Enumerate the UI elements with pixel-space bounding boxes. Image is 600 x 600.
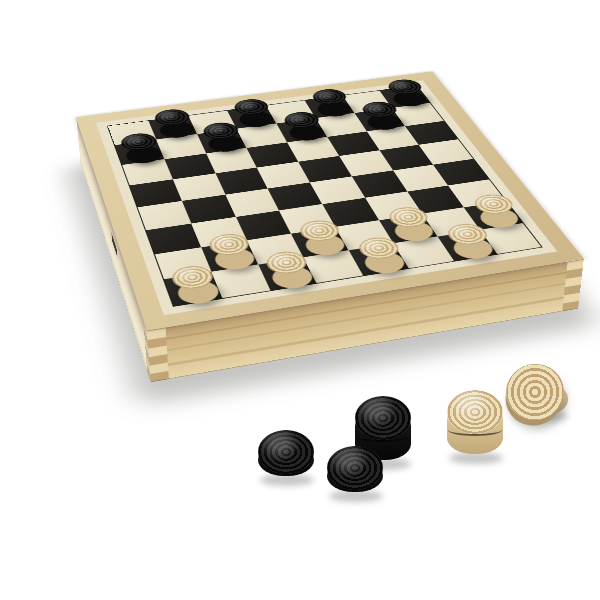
black-checker-single[interactable] bbox=[258, 430, 314, 482]
natural-checker-stack-of-2[interactable] bbox=[447, 390, 503, 460]
checker-top-face bbox=[327, 446, 383, 490]
checker-top-face bbox=[355, 396, 411, 440]
square-b2[interactable] bbox=[201, 240, 258, 272]
black-checker[interactable] bbox=[231, 97, 271, 116]
square-f6[interactable] bbox=[327, 131, 379, 156]
square-e1[interactable] bbox=[349, 244, 409, 276]
checker-top-face bbox=[447, 390, 503, 434]
square-g6[interactable] bbox=[366, 126, 419, 150]
black-checker[interactable] bbox=[152, 108, 192, 127]
natural-checker-leaning-pair[interactable] bbox=[512, 366, 568, 418]
finger-joint bbox=[147, 327, 169, 382]
checkers-board bbox=[108, 86, 541, 306]
black-checker[interactable] bbox=[309, 88, 350, 106]
product-photo-stage bbox=[0, 0, 600, 600]
black-checker[interactable] bbox=[384, 78, 425, 96]
table-plane bbox=[80, 115, 578, 382]
checker-top-face bbox=[258, 430, 314, 474]
black-checker-single[interactable] bbox=[327, 446, 383, 498]
